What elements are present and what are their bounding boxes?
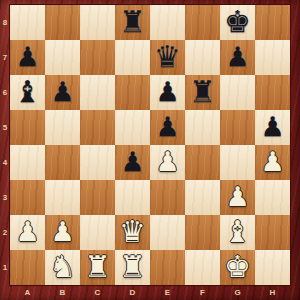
white-knight-b1[interactable]: ♞	[49, 252, 76, 282]
file-label-f: F	[185, 285, 220, 300]
square-g7[interactable]: ♟	[220, 40, 255, 75]
square-e7[interactable]: ♛	[150, 40, 185, 75]
square-b8[interactable]	[45, 5, 80, 40]
square-h8[interactable]	[255, 5, 290, 40]
file-label-h: H	[255, 285, 290, 300]
black-rook-d8[interactable]: ♜	[119, 7, 146, 37]
square-e8[interactable]	[150, 5, 185, 40]
white-rook-c1[interactable]: ♜	[84, 252, 111, 282]
square-h7[interactable]	[255, 40, 290, 75]
file-label-c: C	[80, 285, 115, 300]
square-d5[interactable]	[115, 110, 150, 145]
square-c1[interactable]: ♜	[80, 250, 115, 285]
black-pawn-b6[interactable]: ♟	[50, 78, 74, 105]
file-label-g: G	[220, 285, 255, 300]
white-pawn-e4[interactable]: ♟	[155, 148, 179, 175]
square-f8[interactable]	[185, 5, 220, 40]
square-d7[interactable]	[115, 40, 150, 75]
white-pawn-g3[interactable]: ♟	[225, 183, 249, 210]
white-rook-d1[interactable]: ♜	[119, 252, 146, 282]
square-e6[interactable]: ♟	[150, 75, 185, 110]
rank-label-5: 5	[0, 110, 10, 145]
square-c2[interactable]	[80, 215, 115, 250]
square-f1[interactable]	[185, 250, 220, 285]
square-c6[interactable]	[80, 75, 115, 110]
file-labels: ABCDEFGH	[10, 285, 290, 300]
white-bishop-g2[interactable]: ♝	[224, 217, 251, 247]
square-h2[interactable]	[255, 215, 290, 250]
square-b5[interactable]	[45, 110, 80, 145]
rank-label-2: 2	[0, 215, 10, 250]
black-pawn-e6[interactable]: ♟	[155, 78, 179, 105]
square-c4[interactable]	[80, 145, 115, 180]
square-d2[interactable]: ♛	[115, 215, 150, 250]
square-b7[interactable]	[45, 40, 80, 75]
square-d6[interactable]	[115, 75, 150, 110]
square-h3[interactable]	[255, 180, 290, 215]
chess-board-frame: 87654321 ♜♚♟♛♟♝♟♟♜♟♟♟♟♟♟♟♟♛♝♞♜♜♚ ABCDEFG…	[0, 0, 300, 300]
square-a5[interactable]	[10, 110, 45, 145]
white-pawn-b2[interactable]: ♟	[50, 218, 74, 245]
rank-label-8: 8	[0, 5, 10, 40]
square-f6[interactable]: ♜	[185, 75, 220, 110]
square-a3[interactable]	[10, 180, 45, 215]
square-e2[interactable]	[150, 215, 185, 250]
square-a8[interactable]	[10, 5, 45, 40]
file-label-b: B	[45, 285, 80, 300]
square-c7[interactable]	[80, 40, 115, 75]
rank-labels: 87654321	[0, 5, 10, 285]
black-pawn-e5[interactable]: ♟	[155, 113, 179, 140]
square-h6[interactable]	[255, 75, 290, 110]
square-g2[interactable]: ♝	[220, 215, 255, 250]
square-g4[interactable]	[220, 145, 255, 180]
square-c5[interactable]	[80, 110, 115, 145]
white-pawn-h4[interactable]: ♟	[260, 148, 284, 175]
square-c8[interactable]	[80, 5, 115, 40]
black-pawn-h5[interactable]: ♟	[260, 113, 284, 140]
black-pawn-g7[interactable]: ♟	[225, 43, 249, 70]
square-b6[interactable]: ♟	[45, 75, 80, 110]
square-g1[interactable]: ♚	[220, 250, 255, 285]
square-h4[interactable]: ♟	[255, 145, 290, 180]
rank-label-1: 1	[0, 250, 10, 285]
square-h5[interactable]: ♟	[255, 110, 290, 145]
square-e4[interactable]: ♟	[150, 145, 185, 180]
square-b4[interactable]	[45, 145, 80, 180]
square-b2[interactable]: ♟	[45, 215, 80, 250]
square-a6[interactable]: ♝	[10, 75, 45, 110]
square-b1[interactable]: ♞	[45, 250, 80, 285]
file-label-e: E	[150, 285, 185, 300]
rank-label-6: 6	[0, 75, 10, 110]
rank-label-4: 4	[0, 145, 10, 180]
square-d8[interactable]: ♜	[115, 5, 150, 40]
square-f4[interactable]	[185, 145, 220, 180]
square-d4[interactable]: ♟	[115, 145, 150, 180]
white-queen-d2[interactable]: ♛	[119, 217, 146, 247]
square-g3[interactable]: ♟	[220, 180, 255, 215]
square-e3[interactable]	[150, 180, 185, 215]
file-label-a: A	[10, 285, 45, 300]
black-rook-f6[interactable]: ♜	[189, 77, 216, 107]
square-f5[interactable]	[185, 110, 220, 145]
square-a1[interactable]	[10, 250, 45, 285]
square-b3[interactable]	[45, 180, 80, 215]
square-f3[interactable]	[185, 180, 220, 215]
square-f2[interactable]	[185, 215, 220, 250]
chess-board: ♜♚♟♛♟♝♟♟♜♟♟♟♟♟♟♟♟♛♝♞♜♜♚	[10, 5, 290, 285]
square-a4[interactable]	[10, 145, 45, 180]
square-d1[interactable]: ♜	[115, 250, 150, 285]
square-g6[interactable]	[220, 75, 255, 110]
square-a7[interactable]: ♟	[10, 40, 45, 75]
square-g8[interactable]: ♚	[220, 5, 255, 40]
square-g5[interactable]	[220, 110, 255, 145]
square-e1[interactable]	[150, 250, 185, 285]
file-label-d: D	[115, 285, 150, 300]
rank-label-7: 7	[0, 40, 10, 75]
white-pawn-a2[interactable]: ♟	[15, 218, 39, 245]
black-bishop-a6[interactable]: ♝	[14, 77, 41, 107]
black-pawn-d4[interactable]: ♟	[120, 148, 144, 175]
black-pawn-a7[interactable]: ♟	[15, 43, 39, 70]
rank-label-3: 3	[0, 180, 10, 215]
black-queen-e7[interactable]: ♛	[154, 42, 181, 72]
square-c3[interactable]	[80, 180, 115, 215]
square-a2[interactable]: ♟	[10, 215, 45, 250]
square-d3[interactable]	[115, 180, 150, 215]
square-f7[interactable]	[185, 40, 220, 75]
square-e5[interactable]: ♟	[150, 110, 185, 145]
square-h1[interactable]	[255, 250, 290, 285]
black-king-g8[interactable]: ♚	[224, 7, 251, 37]
white-king-g1[interactable]: ♚	[224, 252, 251, 282]
